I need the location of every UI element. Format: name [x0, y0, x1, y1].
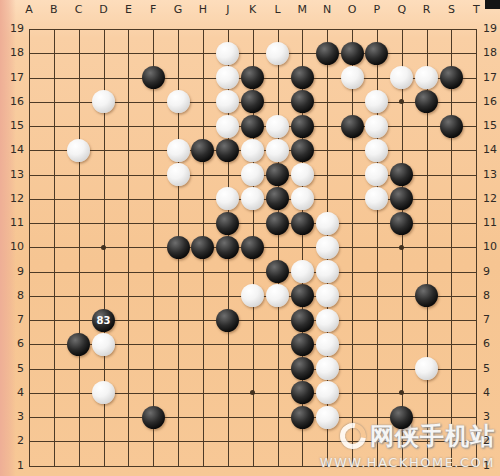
stone-white-L18: [266, 42, 289, 65]
stone-white-N9: [316, 260, 339, 283]
column-label: J: [219, 3, 237, 17]
stone-black-L11: [266, 212, 289, 235]
stone-black-M14: [291, 139, 314, 162]
row-label-left: 11: [6, 216, 24, 230]
stone-white-N4: [316, 381, 339, 404]
row-label-right: 18: [483, 46, 500, 60]
stone-black-M16: [291, 90, 314, 113]
stone-black-J14: [216, 139, 239, 162]
column-label: A: [20, 3, 38, 17]
stone-black-J11: [216, 212, 239, 235]
stone-white-N11: [316, 212, 339, 235]
grid-line: [29, 272, 477, 273]
row-label-right: 9: [483, 265, 500, 279]
row-label-right: 5: [483, 362, 500, 376]
stone-black-M5: [291, 357, 314, 380]
row-label-left: 14: [6, 143, 24, 157]
column-label: N: [318, 3, 336, 17]
stone-black-M17: [291, 66, 314, 89]
row-label-right: 2: [483, 434, 500, 448]
row-label-left: 10: [6, 240, 24, 254]
row-label-left: 17: [6, 71, 24, 85]
stone-black-J10: [216, 236, 239, 259]
star-point: [101, 245, 106, 250]
column-label: T: [467, 3, 485, 17]
stone-black-M11: [291, 212, 314, 235]
stone-white-K14: [241, 139, 264, 162]
stone-black-F3: [142, 406, 165, 429]
column-label: R: [418, 3, 436, 17]
stone-white-N5: [316, 357, 339, 380]
row-label-right: 17: [483, 71, 500, 85]
row-label-right: 15: [483, 119, 500, 133]
stone-white-O17: [341, 66, 364, 89]
go-app-screen: 网侠手机站 WWW.HACKHOME.COM ABCDEFGHJKLMNOPQR…: [0, 0, 500, 476]
last-move-number: 83: [97, 315, 111, 326]
stone-white-J18: [216, 42, 239, 65]
column-label: K: [244, 3, 262, 17]
grid-line: [278, 29, 279, 467]
stone-white-P15: [365, 115, 388, 138]
row-label-left: 16: [6, 95, 24, 109]
column-label: H: [194, 3, 212, 17]
stone-black-M15: [291, 115, 314, 138]
column-label: G: [169, 3, 187, 17]
row-label-left: 15: [6, 119, 24, 133]
stone-white-N8: [316, 284, 339, 307]
stone-white-N3: [316, 406, 339, 429]
grid-line: [451, 29, 452, 467]
row-label-right: 6: [483, 337, 500, 351]
stone-white-R5: [415, 357, 438, 380]
stone-black-S17: [440, 66, 463, 89]
row-label-right: 4: [483, 386, 500, 400]
stone-black-M3: [291, 406, 314, 429]
stone-black-K10: [241, 236, 264, 259]
row-label-left: 4: [6, 386, 24, 400]
row-label-right: 3: [483, 410, 500, 424]
stone-white-J15: [216, 115, 239, 138]
row-label-right: 10: [483, 240, 500, 254]
column-label: E: [119, 3, 137, 17]
row-label-left: 3: [6, 410, 24, 424]
row-label-right: 7: [483, 313, 500, 327]
row-label-right: 11: [483, 216, 500, 230]
grid-line: [29, 441, 477, 442]
watermark-corner-box: [485, 0, 500, 9]
row-label-left: 6: [6, 337, 24, 351]
stone-white-R17: [415, 66, 438, 89]
stone-black-C6: [67, 333, 90, 356]
stone-white-M9: [291, 260, 314, 283]
grid-line: [476, 29, 477, 467]
stone-black-G10: [167, 236, 190, 259]
grid-line: [352, 29, 353, 467]
stone-black-F17: [142, 66, 165, 89]
column-label: B: [45, 3, 63, 17]
row-label-left: 13: [6, 168, 24, 182]
stone-white-N10: [316, 236, 339, 259]
stone-black-M8: [291, 284, 314, 307]
star-point: [399, 245, 404, 250]
stone-black-Q11: [390, 212, 413, 235]
stone-black-N18: [316, 42, 339, 65]
stone-white-G13: [167, 163, 190, 186]
stone-black-K17: [241, 66, 264, 89]
stone-white-M12: [291, 187, 314, 210]
stone-white-C14: [67, 139, 90, 162]
column-label: L: [269, 3, 287, 17]
stone-white-L15: [266, 115, 289, 138]
row-label-right: 8: [483, 289, 500, 303]
stone-black-L9: [266, 260, 289, 283]
stone-white-G16: [167, 90, 190, 113]
stone-black-S15: [440, 115, 463, 138]
stone-black-J7: [216, 309, 239, 332]
grid-line: [29, 466, 477, 467]
stone-white-G14: [167, 139, 190, 162]
stone-white-P14: [365, 139, 388, 162]
stone-white-L14: [266, 139, 289, 162]
stone-black-D7: 83: [92, 309, 115, 332]
row-label-left: 8: [6, 289, 24, 303]
stone-white-K13: [241, 163, 264, 186]
stone-white-M13: [291, 163, 314, 186]
row-label-right: 1: [483, 459, 500, 473]
row-label-right: 12: [483, 192, 500, 206]
row-label-right: 16: [483, 95, 500, 109]
row-label-left: 7: [6, 313, 24, 327]
stone-black-M6: [291, 333, 314, 356]
row-label-right: 19: [483, 22, 500, 36]
row-label-left: 18: [6, 46, 24, 60]
stone-white-D6: [92, 333, 115, 356]
stone-black-O18: [341, 42, 364, 65]
column-label: F: [144, 3, 162, 17]
row-label-left: 5: [6, 362, 24, 376]
column-label: C: [70, 3, 88, 17]
column-label: S: [442, 3, 460, 17]
stone-black-O15: [341, 115, 364, 138]
stone-black-K15: [241, 115, 264, 138]
stone-black-L13: [266, 163, 289, 186]
row-label-left: 1: [6, 459, 24, 473]
row-label-left: 19: [6, 22, 24, 36]
grid-line: [29, 369, 477, 370]
column-label: O: [343, 3, 361, 17]
column-label: D: [95, 3, 113, 17]
column-label: Q: [393, 3, 411, 17]
row-label-right: 14: [483, 143, 500, 157]
column-label: M: [293, 3, 311, 17]
stone-black-P18: [365, 42, 388, 65]
row-label-left: 2: [6, 434, 24, 448]
row-label-left: 9: [6, 265, 24, 279]
row-label-right: 13: [483, 168, 500, 182]
stone-black-M7: [291, 309, 314, 332]
stone-white-N7: [316, 309, 339, 332]
stone-black-M4: [291, 381, 314, 404]
column-label: P: [368, 3, 386, 17]
stone-white-N6: [316, 333, 339, 356]
row-label-left: 12: [6, 192, 24, 206]
stone-black-Q3: [390, 406, 413, 429]
